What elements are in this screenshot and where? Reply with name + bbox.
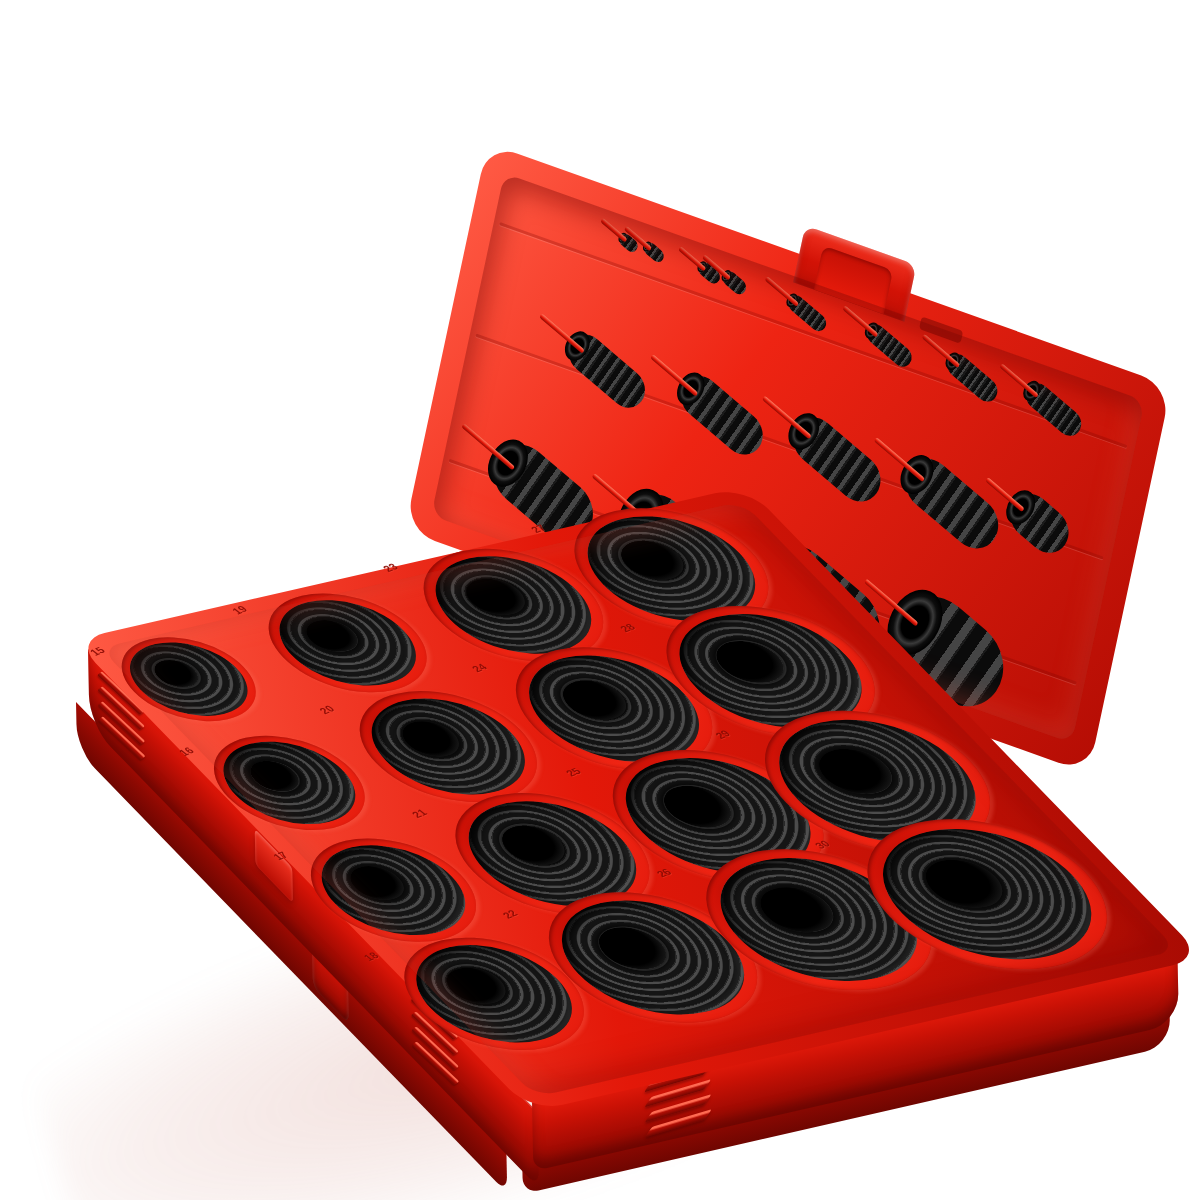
well-size-label: 23 — [380, 561, 401, 573]
well-size-label: 29 — [712, 728, 733, 740]
well-size-label: 20 — [317, 704, 338, 716]
well-center-hole — [650, 780, 745, 833]
well-size-label: 28 — [617, 622, 638, 634]
well-center-hole — [436, 963, 517, 1008]
well-center-hole — [241, 757, 309, 795]
well-center-hole — [703, 636, 796, 689]
product-photo-stage: 15161718192021222324252627282930 — [0, 0, 1200, 1200]
well-center-hole — [145, 656, 205, 690]
well-center-hole — [455, 574, 536, 619]
oring-peg — [1002, 484, 1077, 562]
well-center-hole — [297, 616, 368, 656]
lid-latch-step — [814, 246, 893, 315]
well-center-hole — [586, 922, 679, 975]
well-size-label: 15 — [87, 645, 108, 657]
peg-pin — [600, 218, 627, 243]
well-size-label: 22 — [500, 908, 521, 920]
oring-peg — [1021, 378, 1086, 442]
well-size-label: 26 — [654, 867, 675, 879]
oring-peg — [720, 268, 749, 297]
well-size-label: 21 — [409, 807, 430, 819]
well-center-hole — [805, 743, 906, 800]
well-size-label: 19 — [229, 604, 250, 616]
well-center-hole — [340, 862, 414, 904]
well-center-hole — [609, 536, 696, 585]
oring-peg — [642, 240, 667, 265]
oring-peg — [896, 448, 1008, 559]
well-center-hole — [490, 821, 577, 870]
oring-peg — [943, 349, 1002, 406]
well-size-label: 24 — [469, 662, 490, 674]
oring-peg — [784, 408, 889, 512]
well-center-hole — [910, 853, 1017, 913]
oring-stack-in-well — [252, 589, 444, 697]
well-center-hole — [391, 716, 471, 761]
well-size-label: 25 — [563, 766, 584, 778]
oring-peg — [673, 367, 771, 463]
well-center-hole — [746, 881, 847, 938]
well-center-hole — [551, 675, 639, 725]
